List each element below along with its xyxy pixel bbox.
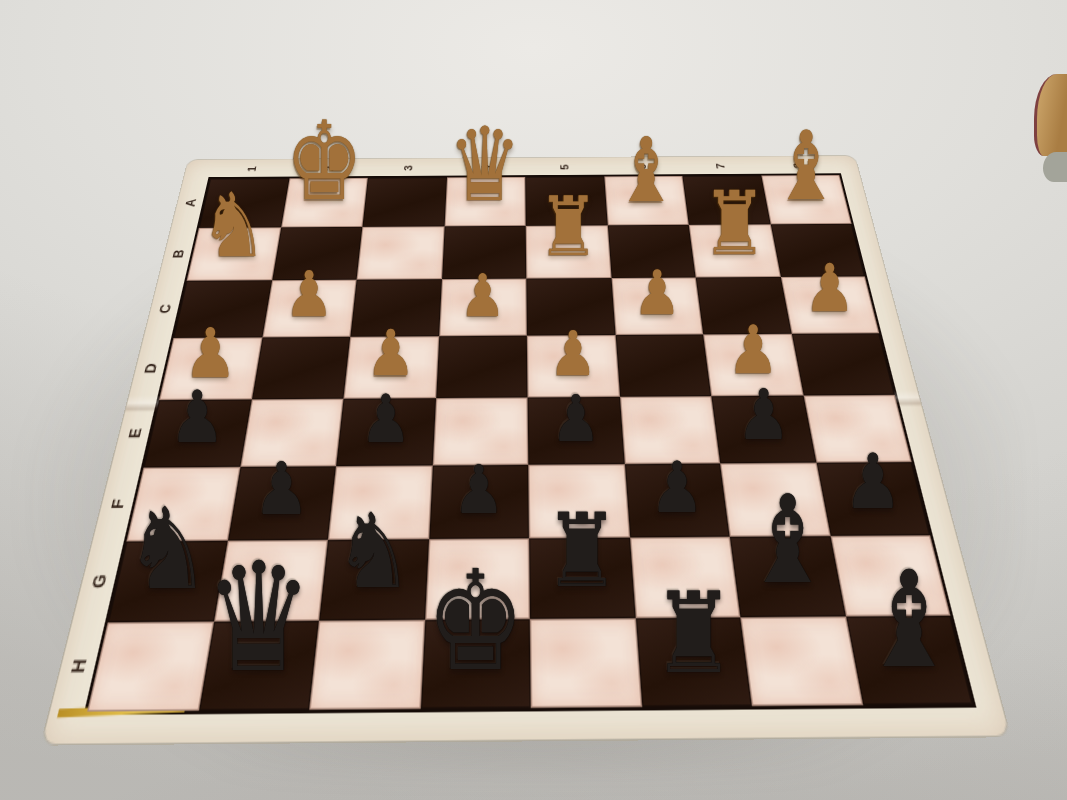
piece-black-knight-g1[interactable]: ♞ xyxy=(125,493,211,606)
square-a3[interactable] xyxy=(362,177,446,226)
square-h5[interactable] xyxy=(530,618,642,708)
file-label-text: G xyxy=(89,574,111,588)
piece-black-pawn-f6[interactable]: ♟ xyxy=(650,452,705,522)
piece-black-rook-g5[interactable]: ♜ xyxy=(544,501,620,603)
square-d6[interactable] xyxy=(615,334,711,396)
piece-white-pawn-c4[interactable]: ♟ xyxy=(460,266,506,325)
piece-white-pawn-c6[interactable]: ♟ xyxy=(633,262,681,323)
board-border-bottom xyxy=(418,708,531,741)
board-border-bottom xyxy=(641,706,756,739)
file-label-text: E xyxy=(126,428,145,438)
piece-black-bishop-h8[interactable]: ♝ xyxy=(860,554,958,688)
board-border-bottom xyxy=(193,710,309,743)
file-label-text: A xyxy=(183,199,199,207)
rank-label-5: 5 xyxy=(525,158,604,177)
piece-white-pawn-c8[interactable]: ♟ xyxy=(804,256,855,322)
piece-black-pawn-e7[interactable]: ♟ xyxy=(736,380,790,450)
rank-label-3: 3 xyxy=(368,158,448,177)
rank-label-text: 7 xyxy=(714,164,727,169)
rank-label-text: 3 xyxy=(402,165,415,170)
square-d2[interactable] xyxy=(251,337,350,400)
file-label-text: D xyxy=(142,363,161,373)
photo-scene: 12345678ABCDEFGH ♚♛♝♝♞♜♜♟♟♟♟♟♟♟♟♟♟♟♟♟♟♟♟… xyxy=(0,0,1067,800)
wooden-box-corner-base xyxy=(1043,152,1067,182)
piece-white-bishop-a6[interactable]: ♝ xyxy=(614,126,680,215)
piece-white-rook-b7[interactable]: ♜ xyxy=(702,179,768,267)
square-b3[interactable] xyxy=(357,226,445,279)
piece-black-pawn-e1[interactable]: ♟ xyxy=(169,382,225,454)
rank-label-text: 5 xyxy=(558,164,570,169)
piece-white-bishop-a8[interactable]: ♝ xyxy=(771,119,841,214)
board-border-bottom xyxy=(752,705,868,738)
piece-white-knight-b1[interactable]: ♞ xyxy=(200,181,267,270)
piece-black-queen-h2[interactable]: ♛ xyxy=(204,542,312,693)
square-d8[interactable] xyxy=(791,333,895,395)
piece-white-queen-a4[interactable]: ♛ xyxy=(448,114,521,216)
piece-black-pawn-e3[interactable]: ♟ xyxy=(360,386,412,452)
file-label-text: C xyxy=(157,304,175,313)
rank-label-text: 1 xyxy=(245,166,258,171)
piece-black-king-h4[interactable]: ♚ xyxy=(426,552,525,690)
piece-black-rook-h6[interactable]: ♜ xyxy=(652,577,736,689)
piece-black-pawn-f2[interactable]: ♟ xyxy=(253,453,310,526)
piece-white-pawn-d3[interactable]: ♟ xyxy=(366,323,415,386)
board-border-bottom xyxy=(306,709,420,742)
piece-white-rook-b5[interactable]: ♜ xyxy=(538,186,599,268)
piece-black-bishop-g7[interactable]: ♝ xyxy=(743,480,832,601)
square-h1[interactable] xyxy=(87,622,213,712)
square-h7[interactable] xyxy=(740,616,862,706)
piece-black-knight-g3[interactable]: ♞ xyxy=(334,501,413,604)
square-h3[interactable] xyxy=(309,620,424,710)
file-label-text: B xyxy=(170,250,187,259)
piece-black-pawn-e5[interactable]: ♟ xyxy=(551,387,601,451)
piece-white-pawn-c2[interactable]: ♟ xyxy=(285,263,334,326)
piece-black-pawn-f8[interactable]: ♟ xyxy=(843,445,902,521)
piece-white-pawn-d5[interactable]: ♟ xyxy=(549,323,597,385)
piece-white-king-a2[interactable]: ♚ xyxy=(285,109,363,218)
board-border-bottom xyxy=(862,704,980,737)
square-d4[interactable] xyxy=(436,336,528,399)
piece-black-pawn-f4[interactable]: ♟ xyxy=(453,457,505,524)
file-label-text: H xyxy=(68,659,91,673)
board-border-bottom xyxy=(531,707,644,740)
